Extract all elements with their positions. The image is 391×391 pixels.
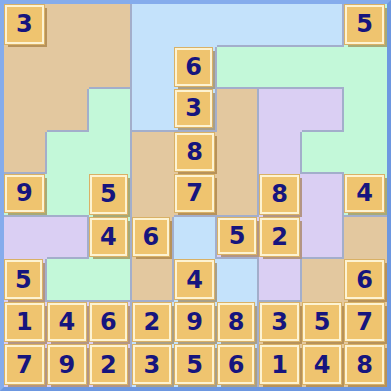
cell-r4c3[interactable] [132,174,175,217]
tile-r4c8[interactable]: 4 [345,175,384,212]
cell-r1c4[interactable]: 6 [174,47,217,90]
cell-r1c7[interactable] [302,47,345,90]
cell-r1c5[interactable] [217,47,260,90]
cell-r1c0[interactable] [4,47,47,90]
cell-r8c1[interactable]: 9 [47,344,90,387]
cell-r2c6[interactable] [259,89,302,132]
cell-r3c6[interactable] [259,132,302,175]
tile-r7c1[interactable]: 4 [48,303,87,342]
tile-r0c0[interactable]: 3 [5,5,44,44]
tile-r7c2[interactable]: 6 [90,303,127,342]
cell-r4c1[interactable] [47,174,90,217]
tile-r4c2[interactable]: 5 [90,175,127,214]
tile-r8c0[interactable]: 7 [5,345,44,384]
tile-r1c4[interactable]: 6 [175,48,212,87]
cell-r6c5[interactable] [217,259,260,302]
tile-r5c3[interactable]: 6 [133,218,170,257]
cell-r3c4[interactable]: 8 [174,132,217,175]
cell-r5c6[interactable]: 2 [259,217,302,260]
cell-r6c4[interactable]: 4 [174,259,217,302]
tile-r5c2[interactable]: 4 [90,218,127,257]
cell-r2c7[interactable] [302,89,345,132]
cell-r7c6[interactable]: 3 [259,302,302,345]
cell-r8c4[interactable]: 5 [174,344,217,387]
cell-r4c4[interactable]: 7 [174,174,217,217]
cell-r0c5[interactable] [217,4,260,47]
tile-r4c4[interactable]: 7 [175,175,214,212]
tile-r8c8[interactable]: 8 [345,345,384,384]
tile-r8c6[interactable]: 1 [260,345,299,384]
cell-r8c0[interactable]: 7 [4,344,47,387]
cell-r5c1[interactable] [47,217,90,260]
cell-r4c6[interactable]: 8 [259,174,302,217]
cell-r0c8[interactable]: 5 [344,4,387,47]
cell-r2c0[interactable] [4,89,47,132]
cell-r6c6[interactable] [259,259,302,302]
cell-r7c0[interactable]: 1 [4,302,47,345]
cell-r1c6[interactable] [259,47,302,90]
cell-r3c2[interactable] [89,132,132,175]
cell-r3c3[interactable] [132,132,175,175]
cell-r0c2[interactable] [89,4,132,47]
cell-r5c0[interactable] [4,217,47,260]
tile-r6c0[interactable]: 5 [5,260,42,299]
cell-r3c5[interactable] [217,132,260,175]
cell-r0c7[interactable] [302,4,345,47]
tile-r3c4[interactable]: 8 [175,133,214,172]
tile-r8c5[interactable]: 6 [218,345,255,384]
cell-r8c7[interactable]: 4 [302,344,345,387]
cell-r2c3[interactable] [132,89,175,132]
cell-r1c8[interactable] [344,47,387,90]
cell-r6c3[interactable] [132,259,175,302]
cell-r3c1[interactable] [47,132,90,175]
cell-r7c4[interactable]: 9 [174,302,217,345]
cell-r8c2[interactable]: 2 [89,344,132,387]
tile-r5c5[interactable]: 5 [218,218,257,255]
cell-r5c5[interactable]: 5 [217,217,260,260]
cell-r6c2[interactable] [89,259,132,302]
cell-r2c5[interactable] [217,89,260,132]
cell-r0c4[interactable] [174,4,217,47]
cell-r5c8[interactable] [344,217,387,260]
tile-r4c6[interactable]: 8 [260,175,299,214]
tile-r7c8[interactable]: 7 [345,303,384,342]
cell-r6c1[interactable] [47,259,90,302]
cell-r4c2[interactable]: 5 [89,174,132,217]
cell-r2c1[interactable] [47,89,90,132]
cell-r4c5[interactable] [217,174,260,217]
tile-r7c5[interactable]: 8 [218,303,255,342]
tile-r6c4[interactable]: 4 [175,260,214,299]
tile-r5c6[interactable]: 2 [260,218,299,257]
cell-r3c0[interactable] [4,132,47,175]
tile-r8c2[interactable]: 2 [90,345,127,384]
cell-r8c3[interactable]: 3 [132,344,175,387]
cell-r2c8[interactable] [344,89,387,132]
cell-r3c7[interactable] [302,132,345,175]
cell-r1c3[interactable] [132,47,175,90]
cell-r6c7[interactable] [302,259,345,302]
tile-r8c3[interactable]: 3 [133,345,172,384]
cell-r2c4[interactable]: 3 [174,89,217,132]
cell-r0c0[interactable]: 3 [4,4,47,47]
cell-r5c3[interactable]: 6 [132,217,175,260]
cell-r1c2[interactable] [89,47,132,90]
cell-r5c7[interactable] [302,217,345,260]
cell-r8c6[interactable]: 1 [259,344,302,387]
cell-r4c0[interactable]: 9 [4,174,47,217]
tile-r6c8[interactable]: 6 [345,260,384,299]
cell-r6c0[interactable]: 5 [4,259,47,302]
tile-r7c7[interactable]: 5 [303,303,342,342]
tile-r8c7[interactable]: 4 [303,345,342,384]
jigsaw-sudoku-board: 35638957844652546146298357792356148 [0,0,391,391]
cell-r7c5[interactable]: 8 [217,302,260,345]
cell-r5c4[interactable] [174,217,217,260]
tile-r2c4[interactable]: 3 [175,90,212,127]
cell-r1c1[interactable] [47,47,90,90]
tile-r7c4[interactable]: 9 [175,303,214,342]
tile-r7c0[interactable]: 1 [5,303,44,342]
cell-r8c5[interactable]: 6 [217,344,260,387]
cell-r7c7[interactable]: 5 [302,302,345,345]
cell-r4c7[interactable] [302,174,345,217]
cell-r8c8[interactable]: 8 [344,344,387,387]
tile-r4c0[interactable]: 9 [5,175,44,212]
cell-r7c1[interactable]: 4 [47,302,90,345]
cell-r3c8[interactable] [344,132,387,175]
cell-r6c8[interactable]: 6 [344,259,387,302]
cell-r0c3[interactable] [132,4,175,47]
tile-r7c3[interactable]: 2 [133,303,172,342]
cell-r7c2[interactable]: 6 [89,302,132,345]
cell-r2c2[interactable] [89,89,132,132]
tile-r8c4[interactable]: 5 [175,345,214,384]
cell-r7c8[interactable]: 7 [344,302,387,345]
cell-r0c1[interactable] [47,4,90,47]
tile-r7c6[interactable]: 3 [260,303,299,342]
cell-r5c2[interactable]: 4 [89,217,132,260]
cell-r4c8[interactable]: 4 [344,174,387,217]
cell-r0c6[interactable] [259,4,302,47]
tile-r8c1[interactable]: 9 [48,345,87,384]
tile-r0c8[interactable]: 5 [345,5,384,44]
cell-r7c3[interactable]: 2 [132,302,175,345]
